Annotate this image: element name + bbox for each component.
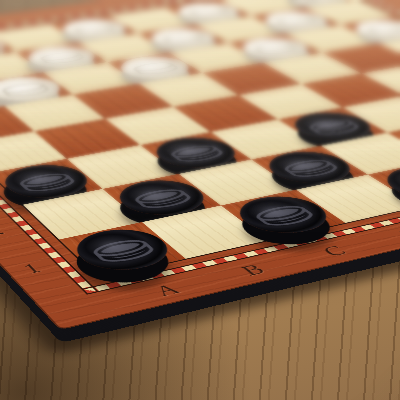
photo-scene: ABCDEFGH12345678 ⛀⛀⛀⛀⛀⛀⛀⛀⛀⛀⛀⛀⛂⛂⛂⛂⛂⛂⛂⛂⛂⛂⛂… (0, 0, 400, 400)
